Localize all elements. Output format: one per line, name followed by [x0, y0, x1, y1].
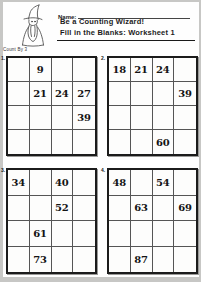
blank-cell[interactable]: [73, 58, 95, 82]
counting-grid-2: 1821243960: [107, 56, 198, 156]
blank-cell[interactable]: [174, 221, 196, 247]
given-number-cell: 24: [52, 82, 74, 106]
given-number-cell: 54: [153, 170, 175, 196]
worksheet-title-line2: Fill in the Blanks: Worksheet 1: [60, 28, 175, 37]
blank-cell[interactable]: [109, 221, 131, 247]
blank-cell[interactable]: [153, 106, 175, 130]
blank-cell[interactable]: [153, 221, 175, 247]
blank-cell[interactable]: [73, 221, 95, 247]
given-number-cell: 39: [73, 106, 95, 130]
grid-number-label-4: 4.: [101, 167, 105, 173]
blank-cell[interactable]: [131, 170, 153, 196]
blank-cell[interactable]: [8, 130, 30, 154]
blank-cell[interactable]: [73, 130, 95, 154]
given-number-cell: 69: [174, 196, 196, 222]
wizard-icon: [9, 3, 59, 47]
counting-grid-3: 3440526173: [6, 168, 97, 274]
given-number-cell: 21: [131, 58, 153, 82]
blank-cell[interactable]: [174, 170, 196, 196]
counting-grid-1: 921242739: [6, 56, 97, 156]
blank-cell[interactable]: [52, 130, 74, 154]
grid-number-label-1: 1.: [1, 55, 5, 61]
blank-cell[interactable]: [109, 247, 131, 273]
blank-cell[interactable]: [30, 170, 52, 196]
blank-cell[interactable]: [153, 196, 175, 222]
given-number-cell: 63: [131, 196, 153, 222]
blank-cell[interactable]: [131, 221, 153, 247]
given-number-cell: 40: [52, 170, 74, 196]
blank-cell[interactable]: [153, 82, 175, 106]
given-number-cell: 60: [153, 130, 175, 154]
blank-cell[interactable]: [73, 196, 95, 222]
blank-cell[interactable]: [30, 106, 52, 130]
blank-cell[interactable]: [8, 58, 30, 82]
blank-cell[interactable]: [52, 106, 74, 130]
given-number-cell: 9: [30, 58, 52, 82]
grid-number-label-3: 3.: [1, 167, 5, 173]
blank-cell[interactable]: [30, 196, 52, 222]
blank-cell[interactable]: [131, 82, 153, 106]
blank-cell[interactable]: [52, 247, 74, 273]
count-by-label: Count By 3: [3, 47, 27, 52]
blank-cell[interactable]: [73, 170, 95, 196]
given-number-cell: 21: [30, 82, 52, 106]
given-number-cell: 34: [8, 170, 30, 196]
blank-cell[interactable]: [52, 221, 74, 247]
given-number-cell: 24: [153, 58, 175, 82]
blank-cell[interactable]: [8, 196, 30, 222]
blank-cell[interactable]: [73, 247, 95, 273]
blank-cell[interactable]: [109, 130, 131, 154]
blank-cell[interactable]: [8, 221, 30, 247]
blank-cell[interactable]: [8, 82, 30, 106]
blank-cell[interactable]: [109, 82, 131, 106]
grid-number-label-2: 2.: [101, 55, 105, 61]
given-number-cell: 52: [52, 196, 74, 222]
blank-cell[interactable]: [174, 58, 196, 82]
worksheet-title-line1: Be a Counting Wizard!: [60, 17, 144, 26]
blank-cell[interactable]: [174, 247, 196, 273]
given-number-cell: 73: [30, 247, 52, 273]
blank-cell[interactable]: [8, 106, 30, 130]
counting-grid-4: 4854636987: [107, 168, 198, 274]
blank-cell[interactable]: [52, 58, 74, 82]
blank-cell[interactable]: [131, 106, 153, 130]
blank-cell[interactable]: [109, 106, 131, 130]
title-underline: [57, 40, 195, 41]
given-number-cell: 87: [131, 247, 153, 273]
given-number-cell: 18: [109, 58, 131, 82]
blank-cell[interactable]: [153, 247, 175, 273]
given-number-cell: 61: [30, 221, 52, 247]
given-number-cell: 39: [174, 82, 196, 106]
given-number-cell: 27: [73, 82, 95, 106]
blank-cell[interactable]: [174, 130, 196, 154]
blank-cell[interactable]: [8, 247, 30, 273]
given-number-cell: 48: [109, 170, 131, 196]
blank-cell[interactable]: [30, 130, 52, 154]
blank-cell[interactable]: [131, 130, 153, 154]
blank-cell[interactable]: [174, 106, 196, 130]
blank-cell[interactable]: [109, 196, 131, 222]
worksheet-page: Count By 3 Name: Be a Counting Wizard! F…: [3, 2, 199, 277]
